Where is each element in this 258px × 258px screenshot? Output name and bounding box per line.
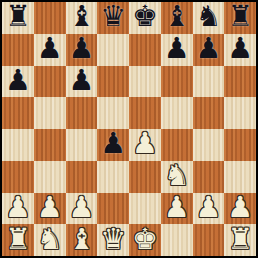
white-rook: ♜ [5, 225, 31, 254]
white-queen: ♛ [100, 225, 126, 254]
square-d7[interactable] [97, 34, 129, 66]
black-rook: ♜ [227, 2, 253, 31]
white-bishop: ♝ [68, 225, 94, 254]
square-e7[interactable] [129, 34, 161, 66]
black-knight: ♞ [195, 2, 221, 31]
black-bishop: ♝ [68, 2, 94, 31]
square-g4[interactable] [193, 129, 225, 161]
square-d8[interactable]: ♛ [97, 2, 129, 34]
square-f4[interactable] [161, 129, 193, 161]
white-pawn: ♟ [5, 193, 31, 222]
white-pawn: ♟ [227, 193, 253, 222]
square-e6[interactable] [129, 66, 161, 98]
square-b7[interactable]: ♟ [34, 34, 66, 66]
black-king: ♚ [132, 2, 158, 31]
square-e1[interactable]: ♚ [129, 224, 161, 256]
black-bishop: ♝ [164, 2, 190, 31]
square-d4[interactable]: ♟ [97, 129, 129, 161]
white-pawn: ♟ [37, 193, 63, 222]
square-e2[interactable] [129, 193, 161, 225]
white-rook: ♜ [227, 225, 253, 254]
square-g2[interactable]: ♟ [193, 193, 225, 225]
square-h2[interactable]: ♟ [224, 193, 256, 225]
square-a7[interactable] [2, 34, 34, 66]
square-f6[interactable] [161, 66, 193, 98]
square-e8[interactable]: ♚ [129, 2, 161, 34]
square-d2[interactable] [97, 193, 129, 225]
square-c6[interactable]: ♟ [66, 66, 98, 98]
black-pawn: ♟ [37, 34, 63, 63]
square-a4[interactable] [2, 129, 34, 161]
square-g7[interactable]: ♟ [193, 34, 225, 66]
square-d1[interactable]: ♛ [97, 224, 129, 256]
square-a2[interactable]: ♟ [2, 193, 34, 225]
white-pawn: ♟ [195, 193, 221, 222]
white-king: ♚ [132, 225, 158, 254]
square-a3[interactable] [2, 161, 34, 193]
square-h5[interactable] [224, 97, 256, 129]
square-g8[interactable]: ♞ [193, 2, 225, 34]
square-c4[interactable] [66, 129, 98, 161]
square-d6[interactable] [97, 66, 129, 98]
black-pawn: ♟ [68, 34, 94, 63]
square-h7[interactable]: ♟ [224, 34, 256, 66]
square-b2[interactable]: ♟ [34, 193, 66, 225]
square-c8[interactable]: ♝ [66, 2, 98, 34]
square-h6[interactable] [224, 66, 256, 98]
square-f2[interactable]: ♟ [161, 193, 193, 225]
square-g6[interactable] [193, 66, 225, 98]
chess-board: ♜♝♛♚♝♞♜♟♟♟♟♟♟♟♟♟♞♟♟♟♟♟♟♜♞♝♛♚♜ [2, 2, 256, 256]
square-a1[interactable]: ♜ [2, 224, 34, 256]
square-c2[interactable]: ♟ [66, 193, 98, 225]
square-f3[interactable]: ♞ [161, 161, 193, 193]
square-c7[interactable]: ♟ [66, 34, 98, 66]
white-pawn: ♟ [164, 193, 190, 222]
square-g3[interactable] [193, 161, 225, 193]
square-b8[interactable] [34, 2, 66, 34]
square-b1[interactable]: ♞ [34, 224, 66, 256]
square-f1[interactable] [161, 224, 193, 256]
white-knight: ♞ [37, 225, 63, 254]
black-pawn: ♟ [68, 66, 94, 95]
chess-board-frame: ♜♝♛♚♝♞♜♟♟♟♟♟♟♟♟♟♞♟♟♟♟♟♟♜♞♝♛♚♜ [0, 0, 258, 258]
square-e3[interactable] [129, 161, 161, 193]
white-knight: ♞ [164, 161, 190, 190]
square-b3[interactable] [34, 161, 66, 193]
black-rook: ♜ [5, 2, 31, 31]
square-f7[interactable]: ♟ [161, 34, 193, 66]
black-pawn: ♟ [164, 34, 190, 63]
black-pawn: ♟ [195, 34, 221, 63]
square-h8[interactable]: ♜ [224, 2, 256, 34]
square-c3[interactable] [66, 161, 98, 193]
square-h1[interactable]: ♜ [224, 224, 256, 256]
square-a6[interactable]: ♟ [2, 66, 34, 98]
square-b4[interactable] [34, 129, 66, 161]
square-h3[interactable] [224, 161, 256, 193]
square-e5[interactable] [129, 97, 161, 129]
black-pawn: ♟ [100, 129, 126, 158]
black-pawn: ♟ [227, 34, 253, 63]
square-c1[interactable]: ♝ [66, 224, 98, 256]
square-e4[interactable]: ♟ [129, 129, 161, 161]
white-pawn: ♟ [132, 129, 158, 158]
square-f5[interactable] [161, 97, 193, 129]
square-d5[interactable] [97, 97, 129, 129]
square-h4[interactable] [224, 129, 256, 161]
square-g5[interactable] [193, 97, 225, 129]
square-c5[interactable] [66, 97, 98, 129]
square-b6[interactable] [34, 66, 66, 98]
black-queen: ♛ [100, 2, 126, 31]
square-a8[interactable]: ♜ [2, 2, 34, 34]
square-a5[interactable] [2, 97, 34, 129]
square-f8[interactable]: ♝ [161, 2, 193, 34]
white-pawn: ♟ [68, 193, 94, 222]
black-pawn: ♟ [5, 66, 31, 95]
square-g1[interactable] [193, 224, 225, 256]
square-d3[interactable] [97, 161, 129, 193]
square-b5[interactable] [34, 97, 66, 129]
